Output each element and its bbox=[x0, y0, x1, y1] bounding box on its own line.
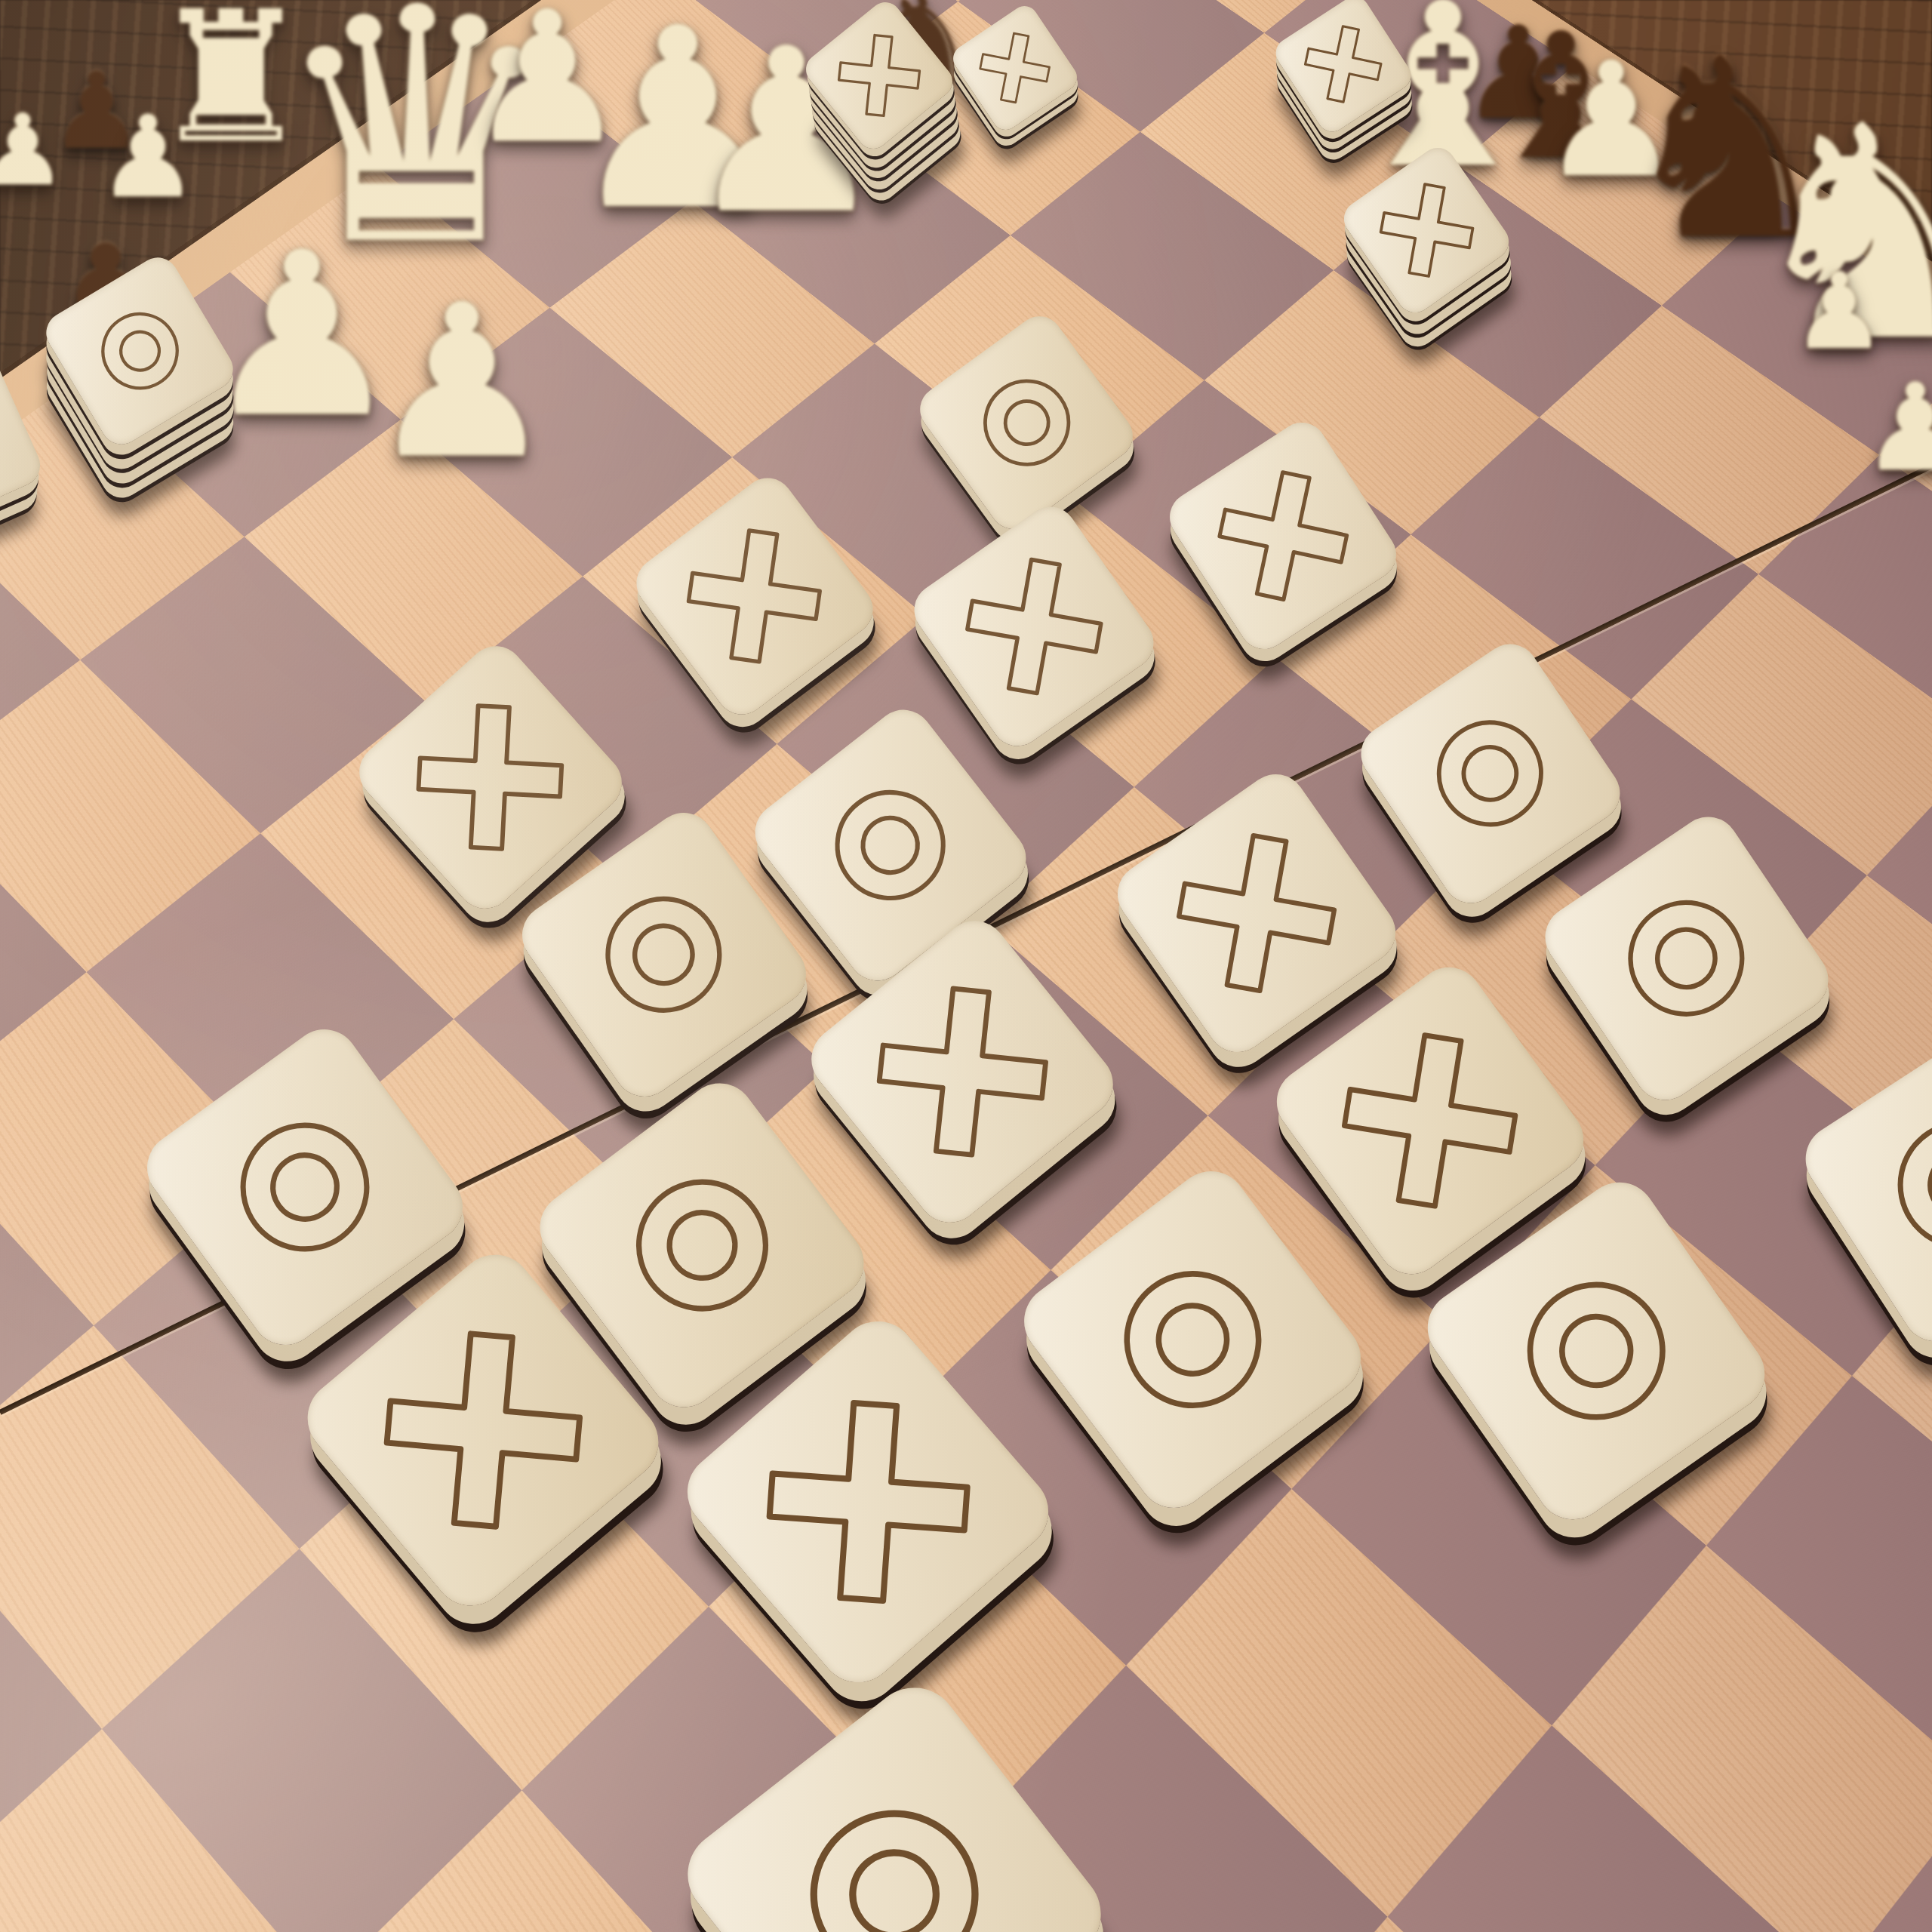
o-tile-stack[interactable] bbox=[38, 250, 241, 452]
x-glyph-icon bbox=[703, 1337, 1032, 1666]
x-glyph-icon bbox=[958, 11, 1071, 124]
x-tile-stack[interactable] bbox=[948, 1, 1082, 135]
tile-o[interactable] bbox=[911, 307, 1142, 538]
o-glyph-icon bbox=[1820, 1042, 1932, 1327]
o-glyph-icon bbox=[554, 1097, 850, 1393]
o-tile-stack[interactable] bbox=[0, 338, 47, 537]
x-glyph-icon bbox=[647, 488, 863, 704]
o-glyph-icon bbox=[1558, 829, 1816, 1088]
o-glyph-icon bbox=[930, 326, 1124, 520]
x-glyph-icon bbox=[1130, 786, 1383, 1040]
o-glyph-icon bbox=[1038, 1186, 1346, 1493]
tile-o[interactable] bbox=[1792, 1015, 1932, 1355]
x-tile-stack[interactable] bbox=[1337, 141, 1516, 320]
tile-o[interactable] bbox=[669, 1669, 1118, 1932]
x-glyph-icon bbox=[1180, 432, 1386, 638]
o-glyph-icon bbox=[1442, 1197, 1749, 1504]
x-glyph-icon bbox=[925, 518, 1143, 736]
x-glyph-icon bbox=[323, 1270, 644, 1591]
tile-o[interactable] bbox=[1010, 1157, 1376, 1523]
x-tile-stack[interactable] bbox=[800, 0, 959, 155]
o-glyph-icon bbox=[706, 1706, 1083, 1932]
tile-x[interactable] bbox=[904, 497, 1164, 756]
o-glyph-icon bbox=[535, 826, 794, 1084]
xo-tiles-layer bbox=[0, 0, 1932, 1932]
o-glyph-icon bbox=[161, 1043, 448, 1331]
x-glyph-icon bbox=[812, 8, 946, 142]
x-glyph-icon bbox=[1291, 981, 1571, 1261]
x-glyph-icon bbox=[1282, 3, 1405, 126]
o-glyph-icon bbox=[0, 354, 31, 521]
o-glyph-icon bbox=[55, 266, 225, 436]
tile-o[interactable] bbox=[1350, 633, 1631, 914]
tile-o[interactable] bbox=[1534, 805, 1841, 1112]
x-glyph-icon bbox=[1352, 155, 1502, 306]
tile-x[interactable] bbox=[1106, 762, 1407, 1064]
tile-x[interactable] bbox=[1160, 413, 1405, 658]
tile-x[interactable] bbox=[626, 468, 883, 724]
x-tile-stack[interactable] bbox=[1270, 0, 1417, 137]
o-glyph-icon bbox=[1373, 656, 1609, 892]
photo-scene: ♟♟♟♟♜♟♛♟♟♟♟♞♝♟♝♟♞♞♟♟ bbox=[0, 0, 1932, 1932]
x-glyph-icon bbox=[371, 657, 611, 897]
